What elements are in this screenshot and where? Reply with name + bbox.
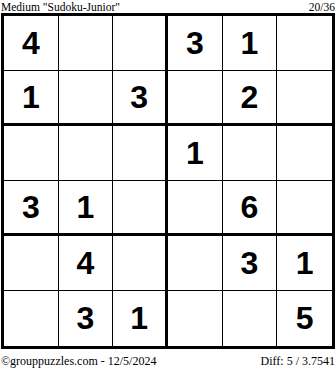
blank-count-badge: 20/36 [309, 2, 335, 13]
cell-r1c3-empty[interactable] [113, 16, 168, 71]
cell-r5c3-empty[interactable] [113, 236, 168, 291]
sudoku-board: 4311321316431315 [1, 13, 335, 349]
cell-r5c1-empty[interactable] [4, 236, 59, 291]
cell-r6c5-empty[interactable] [223, 291, 278, 346]
footer: ©grouppuzzles.com - 12/5/2024 Diff: 5 / … [0, 349, 336, 370]
cell-r3c6-empty[interactable] [277, 126, 332, 181]
cell-r3c4-given-1: 1 [168, 126, 223, 181]
cell-r2c4-empty[interactable] [168, 71, 223, 126]
cell-r6c3-given-1: 1 [113, 291, 168, 346]
cell-r1c2-empty[interactable] [59, 16, 114, 71]
cell-r5c6-given-1: 1 [277, 236, 332, 291]
cell-r4c6-empty[interactable] [277, 181, 332, 236]
cell-r1c6-empty[interactable] [277, 16, 332, 71]
difficulty-text: Diff: 5 / 3.7541 [261, 355, 335, 367]
cell-r4c2-given-1: 1 [59, 181, 114, 236]
cell-r2c1-given-1: 1 [4, 71, 59, 126]
cell-r1c1-given-4: 4 [4, 16, 59, 71]
cell-r3c5-empty[interactable] [223, 126, 278, 181]
cell-r1c4-given-3: 3 [168, 16, 223, 71]
cell-r6c4-empty[interactable] [168, 291, 223, 346]
cell-r4c1-given-3: 3 [4, 181, 59, 236]
header: Medium "Sudoku-Junior" 20/36 [0, 0, 336, 13]
cell-r5c2-given-4: 4 [59, 236, 114, 291]
cell-r1c5-given-1: 1 [223, 16, 278, 71]
cell-r6c6-given-5: 5 [277, 291, 332, 346]
puzzle-page: Medium "Sudoku-Junior" 20/36 43113213164… [0, 0, 336, 370]
cell-r2c5-given-2: 2 [223, 71, 278, 126]
cell-r5c5-given-3: 3 [223, 236, 278, 291]
cell-r3c3-empty[interactable] [113, 126, 168, 181]
puzzle-title: Medium "Sudoku-Junior" [1, 2, 120, 13]
cell-r6c2-given-3: 3 [59, 291, 114, 346]
cell-r2c6-empty[interactable] [277, 71, 332, 126]
copyright-text: ©grouppuzzles.com - 12/5/2024 [1, 355, 156, 367]
cell-r6c1-empty[interactable] [4, 291, 59, 346]
cell-r4c3-empty[interactable] [113, 181, 168, 236]
cell-r2c3-given-3: 3 [113, 71, 168, 126]
cell-r3c1-empty[interactable] [4, 126, 59, 181]
cell-r3c2-empty[interactable] [59, 126, 114, 181]
cell-r4c5-given-6: 6 [223, 181, 278, 236]
cell-r4c4-empty[interactable] [168, 181, 223, 236]
cell-r2c2-empty[interactable] [59, 71, 114, 126]
cell-r5c4-empty[interactable] [168, 236, 223, 291]
